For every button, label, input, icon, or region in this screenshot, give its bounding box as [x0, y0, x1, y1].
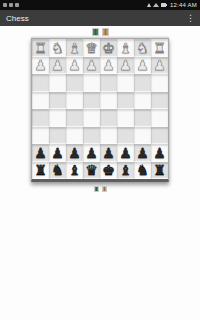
square-f1[interactable]: ♝: [117, 39, 134, 57]
black-bishop: ♝: [68, 163, 81, 177]
square-g3[interactable]: [134, 74, 151, 92]
black-pawn: ♟︎: [136, 145, 149, 159]
chess-board[interactable]: ♜♞♝♛♚♝♞♜♟︎♟︎♟︎♟︎♟︎♟︎♟︎♟︎♟︎♟︎♟︎♟︎♟︎♟︎♟︎♟︎…: [31, 38, 169, 182]
green-player-badge-icon: [94, 186, 99, 192]
square-c2[interactable]: ♟︎: [66, 57, 83, 75]
square-d5[interactable]: [83, 109, 100, 127]
square-c7[interactable]: ♟︎: [66, 144, 83, 162]
square-h7[interactable]: ♟︎: [151, 144, 168, 162]
square-a2[interactable]: ♟︎: [32, 57, 49, 75]
square-c4[interactable]: [66, 92, 83, 110]
square-h6[interactable]: [151, 127, 168, 145]
square-h4[interactable]: [151, 92, 168, 110]
square-g7[interactable]: ♟︎: [134, 144, 151, 162]
square-b3[interactable]: [49, 74, 66, 92]
white-pawn: ♟︎: [51, 58, 64, 72]
square-e3[interactable]: [100, 74, 117, 92]
square-b8[interactable]: ♞: [49, 162, 66, 180]
white-pawn: ♟︎: [34, 58, 47, 72]
square-d3[interactable]: [83, 74, 100, 92]
square-e8[interactable]: ♚: [100, 162, 117, 180]
black-king: ♚: [102, 163, 115, 177]
white-pawn: ♟︎: [85, 58, 98, 72]
square-g2[interactable]: ♟︎: [134, 57, 151, 75]
square-d4[interactable]: [83, 92, 100, 110]
square-c8[interactable]: ♝: [66, 162, 83, 180]
notification-icon: [9, 3, 13, 7]
black-rook: ♜: [34, 163, 47, 177]
square-a5[interactable]: [32, 109, 49, 127]
square-f2[interactable]: ♟︎: [117, 57, 134, 75]
white-pawn: ♟︎: [153, 58, 166, 72]
white-rook: ♜: [34, 40, 47, 54]
square-f6[interactable]: [117, 127, 134, 145]
battery-icon: [161, 3, 166, 7]
orange-player-badge-icon: [102, 186, 107, 192]
square-a1[interactable]: ♜: [32, 39, 49, 57]
wifi-icon: [153, 3, 159, 7]
status-clock: 12:44 AM: [170, 0, 197, 10]
black-queen: ♛: [85, 163, 98, 177]
white-bishop: ♝: [119, 40, 132, 54]
square-g1[interactable]: ♞: [134, 39, 151, 57]
square-b6[interactable]: [49, 127, 66, 145]
white-king: ♚: [102, 40, 115, 54]
white-bishop: ♝: [68, 40, 81, 54]
black-pawn: ♟︎: [119, 145, 132, 159]
square-h8[interactable]: ♜: [151, 162, 168, 180]
status-system-area: 12:44 AM: [147, 0, 197, 10]
square-b2[interactable]: ♟︎: [49, 57, 66, 75]
status-notification-area: [3, 3, 19, 7]
white-queen: ♛: [85, 40, 98, 54]
square-b1[interactable]: ♞: [49, 39, 66, 57]
square-f3[interactable]: [117, 74, 134, 92]
square-h2[interactable]: ♟︎: [151, 57, 168, 75]
square-d2[interactable]: ♟︎: [83, 57, 100, 75]
page-title: Chess: [6, 14, 29, 23]
square-b4[interactable]: [49, 92, 66, 110]
square-e5[interactable]: [100, 109, 117, 127]
black-pawn: ♟︎: [85, 145, 98, 159]
square-h5[interactable]: [151, 109, 168, 127]
black-pawn: ♟︎: [153, 145, 166, 159]
square-e4[interactable]: [100, 92, 117, 110]
square-e2[interactable]: ♟︎: [100, 57, 117, 75]
black-rook: ♜: [153, 163, 166, 177]
square-c6[interactable]: [66, 127, 83, 145]
orange-player-badge-icon: [102, 28, 109, 36]
top-player-indicator: [0, 28, 200, 36]
square-b7[interactable]: ♟︎: [49, 144, 66, 162]
content-area: ♜♞♝♛♚♝♞♜♟︎♟︎♟︎♟︎♟︎♟︎♟︎♟︎♟︎♟︎♟︎♟︎♟︎♟︎♟︎♟︎…: [0, 26, 200, 320]
square-f4[interactable]: [117, 92, 134, 110]
square-g4[interactable]: [134, 92, 151, 110]
square-e1[interactable]: ♚: [100, 39, 117, 57]
white-pawn: ♟︎: [119, 58, 132, 72]
white-knight: ♞: [51, 40, 64, 54]
square-e6[interactable]: [100, 127, 117, 145]
square-c1[interactable]: ♝: [66, 39, 83, 57]
white-pawn: ♟︎: [136, 58, 149, 72]
square-f7[interactable]: ♟︎: [117, 144, 134, 162]
square-b5[interactable]: [49, 109, 66, 127]
square-h3[interactable]: [151, 74, 168, 92]
bottom-player-indicator: [0, 186, 200, 192]
square-d7[interactable]: ♟︎: [83, 144, 100, 162]
square-h1[interactable]: ♜: [151, 39, 168, 57]
square-a7[interactable]: ♟︎: [32, 144, 49, 162]
app-bar: Chess ⋮: [0, 10, 200, 26]
white-knight: ♞: [136, 40, 149, 54]
white-pawn: ♟︎: [102, 58, 115, 72]
green-player-badge-icon: [92, 28, 99, 36]
square-g6[interactable]: [134, 127, 151, 145]
square-f8[interactable]: ♝: [117, 162, 134, 180]
square-a3[interactable]: [32, 74, 49, 92]
square-g8[interactable]: ♞: [134, 162, 151, 180]
square-a6[interactable]: [32, 127, 49, 145]
black-pawn: ♟︎: [51, 145, 64, 159]
signal-icon: [147, 3, 151, 7]
square-d1[interactable]: ♛: [83, 39, 100, 57]
black-pawn: ♟︎: [102, 145, 115, 159]
black-knight: ♞: [136, 163, 149, 177]
notification-icon: [15, 3, 19, 7]
white-pawn: ♟︎: [68, 58, 81, 72]
white-rook: ♜: [153, 40, 166, 54]
square-c5[interactable]: [66, 109, 83, 127]
black-pawn: ♟︎: [68, 145, 81, 159]
square-a8[interactable]: ♜: [32, 162, 49, 180]
square-d6[interactable]: [83, 127, 100, 145]
square-c3[interactable]: [66, 74, 83, 92]
black-pawn: ♟︎: [34, 145, 47, 159]
notification-icon: [3, 3, 7, 7]
black-bishop: ♝: [119, 163, 132, 177]
square-d8[interactable]: ♛: [83, 162, 100, 180]
status-bar: 12:44 AM: [0, 0, 200, 10]
square-f5[interactable]: [117, 109, 134, 127]
overflow-menu-button[interactable]: ⋮: [186, 14, 194, 23]
square-e7[interactable]: ♟︎: [100, 144, 117, 162]
square-g5[interactable]: [134, 109, 151, 127]
chess-app-screen: 12:44 AM Chess ⋮ ♜♞♝♛♚♝♞♜♟︎♟︎♟︎♟︎♟︎♟︎♟︎♟…: [0, 0, 200, 320]
square-a4[interactable]: [32, 92, 49, 110]
black-knight: ♞: [51, 163, 64, 177]
